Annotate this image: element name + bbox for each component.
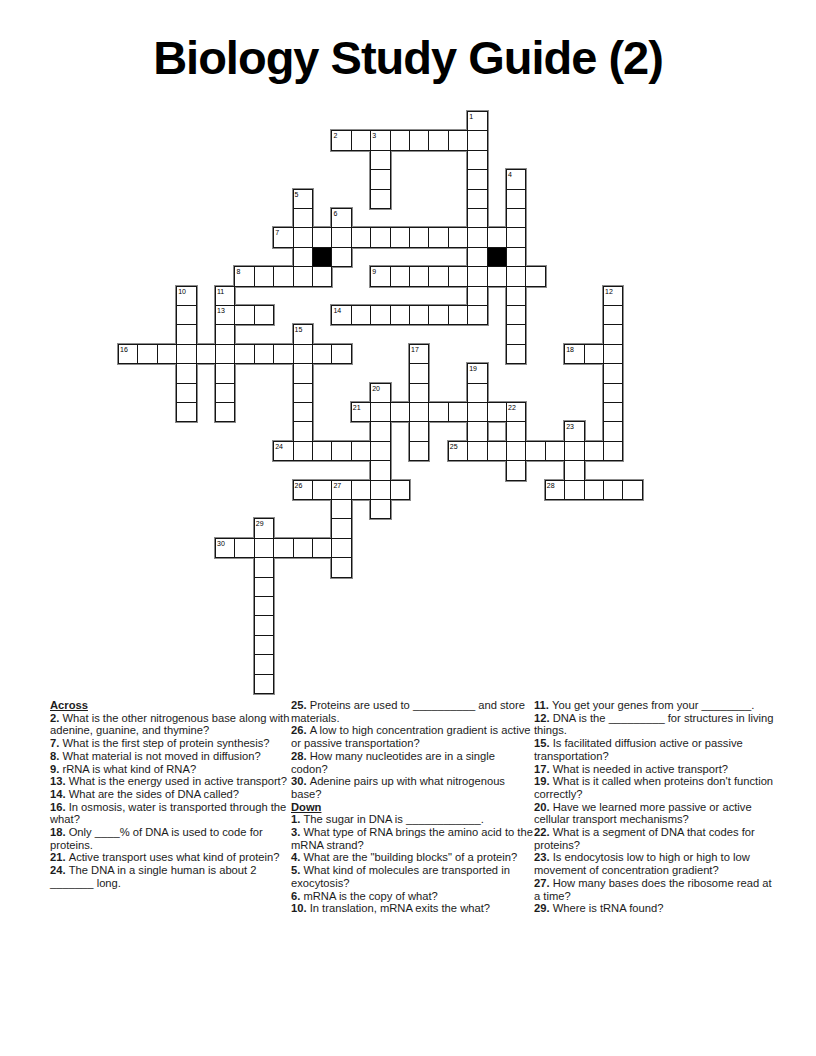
grid-cell[interactable]	[409, 421, 429, 441]
grid-cell[interactable]	[467, 247, 487, 267]
cell-number: 28	[547, 482, 555, 489]
grid-cell[interactable]	[351, 480, 371, 500]
clue-9-across: 9. rRNA is what kind of RNA?	[50, 763, 292, 776]
clue-20-down: 20. Have we learned more passive or acti…	[534, 801, 776, 826]
grid-cell[interactable]	[448, 227, 468, 247]
grid-cell[interactable]	[370, 305, 390, 325]
grid-cell[interactable]	[467, 169, 487, 189]
grid-cell[interactable]	[215, 363, 235, 383]
grid-cell[interactable]	[603, 421, 623, 441]
grid-cell[interactable]	[603, 305, 623, 325]
grid-cell[interactable]	[331, 557, 351, 577]
grid-cell[interactable]	[254, 577, 274, 597]
grid-cell[interactable]	[254, 538, 274, 558]
cell-number: 2	[333, 132, 337, 139]
grid-cell[interactable]	[254, 654, 274, 674]
clue-number: 30.	[291, 775, 310, 787]
clue-number: 4.	[291, 851, 303, 863]
grid-cell[interactable]	[603, 383, 623, 403]
clue-12-down: 12. DNA is the _________ for structures …	[534, 712, 776, 737]
grid-cell[interactable]	[234, 538, 254, 558]
cell-number: 5	[295, 191, 299, 198]
grid-cell[interactable]	[428, 402, 448, 422]
clue-number: 29.	[534, 902, 553, 914]
cell-number: 7	[275, 229, 279, 236]
clue-10-down: 10. In translation, mRNA exits the what?	[291, 902, 533, 915]
clue-number: 1.	[291, 813, 303, 825]
clue-number: 8.	[50, 750, 62, 762]
grid-cell[interactable]	[487, 402, 507, 422]
clue-number: 26.	[291, 724, 310, 736]
cell-number: 17	[411, 346, 419, 353]
grid-cell[interactable]	[506, 421, 526, 441]
down-header: Down	[291, 801, 533, 814]
grid-cell[interactable]	[564, 441, 584, 461]
grid-cell[interactable]	[312, 538, 332, 558]
clue-23-down: 23. Is endocytosis low to high or high t…	[534, 851, 776, 876]
grid-cell[interactable]	[409, 402, 429, 422]
grid-cell[interactable]	[409, 227, 429, 247]
grid-cell[interactable]	[467, 130, 487, 150]
clue-3-down: 3. What type of RNA brings the amino aci…	[291, 826, 533, 851]
grid-cell[interactable]	[584, 441, 604, 461]
grid-cell[interactable]	[448, 130, 468, 150]
clue-number: 27.	[534, 877, 553, 889]
cell-number: 3	[372, 132, 376, 139]
grid-cell[interactable]	[487, 266, 507, 286]
clue-number: 19.	[534, 775, 553, 787]
clue-1-down: 1. The sugar in DNA is ____________.	[291, 813, 533, 826]
grid-cell[interactable]	[215, 344, 235, 364]
grid-cell[interactable]	[370, 402, 390, 422]
grid-cell[interactable]	[273, 266, 293, 286]
clue-15-down: 15. Is facilitated diffusion active or p…	[534, 737, 776, 762]
clue-24-across: 24. The DNA in a single human is about 2…	[50, 864, 292, 889]
cell-number: 4	[508, 171, 512, 178]
grid-cell[interactable]	[584, 480, 604, 500]
grid-cell[interactable]	[273, 538, 293, 558]
grid-cell[interactable]	[467, 150, 487, 170]
grid-cell[interactable]	[157, 344, 177, 364]
black-cell	[487, 247, 507, 267]
grid-cell[interactable]	[467, 402, 487, 422]
clue-18-across: 18. Only ____% of DNA is used to code fo…	[50, 826, 292, 851]
clue-number: 6.	[291, 890, 303, 902]
grid-cell[interactable]	[293, 441, 313, 461]
grid-cell[interactable]	[448, 266, 468, 286]
clue-number: 13.	[50, 775, 69, 787]
grid-cell[interactable]	[176, 305, 196, 325]
grid-cell[interactable]	[390, 305, 410, 325]
grid-cell[interactable]	[525, 266, 545, 286]
clue-number: 16.	[50, 801, 69, 813]
grid-cell[interactable]	[215, 324, 235, 344]
clue-21-across: 21. Active transport uses what kind of p…	[50, 851, 292, 864]
cell-number: 18	[566, 346, 574, 353]
grid-cell[interactable]	[506, 441, 526, 461]
grid-cell[interactable]	[176, 402, 196, 422]
clue-4-down: 4. What are the "building blocks" of a p…	[291, 851, 533, 864]
grid-cell[interactable]	[564, 460, 584, 480]
grid-cell[interactable]	[254, 596, 274, 616]
grid-cell[interactable]	[428, 130, 448, 150]
grid-cell[interactable]	[234, 344, 254, 364]
cell-number: 19	[469, 365, 477, 372]
clue-number: 25.	[291, 699, 310, 711]
grid-cell[interactable]	[390, 227, 410, 247]
grid-cell[interactable]	[603, 363, 623, 383]
grid-cell[interactable]	[254, 674, 274, 694]
clue-number: 18.	[50, 826, 69, 838]
clue-14-across: 14. What are the sides of DNA called?	[50, 788, 292, 801]
grid-cell[interactable]	[370, 150, 390, 170]
grid-cell[interactable]	[254, 344, 274, 364]
grid-cell[interactable]	[331, 441, 351, 461]
grid-cell[interactable]	[506, 344, 526, 364]
grid-cell[interactable]	[254, 266, 274, 286]
grid-cell[interactable]	[331, 518, 351, 538]
clue-11-down: 11. You get your genes from your _______…	[534, 699, 776, 712]
grid-cell[interactable]	[506, 324, 526, 344]
grid-cell[interactable]	[409, 266, 429, 286]
cell-number: 20	[372, 385, 380, 392]
grid-cell[interactable]	[254, 557, 274, 577]
clue-5-down: 5. What kind of molecules are transporte…	[291, 864, 533, 889]
grid-cell[interactable]	[467, 421, 487, 441]
grid-cell[interactable]	[196, 344, 216, 364]
grid-cell[interactable]	[603, 344, 623, 364]
grid-cell[interactable]	[254, 615, 274, 635]
clue-number: 17.	[534, 763, 553, 775]
grid-cell[interactable]	[293, 208, 313, 228]
clue-number: 20.	[534, 801, 553, 813]
grid-cell[interactable]	[370, 460, 390, 480]
grid-cell[interactable]	[293, 344, 313, 364]
grid-cell[interactable]	[467, 286, 487, 306]
grid-cell[interactable]	[312, 441, 332, 461]
clue-7-across: 7. What is the first step of protein syn…	[50, 737, 292, 750]
grid-cell[interactable]	[351, 441, 371, 461]
cell-number: 30	[217, 540, 225, 547]
clue-29-down: 29. Where is tRNA found?	[534, 902, 776, 915]
grid-cell[interactable]	[293, 266, 313, 286]
clue-number: 22.	[534, 826, 553, 838]
grid-cell[interactable]	[487, 227, 507, 247]
grid-cell[interactable]	[603, 480, 623, 500]
cell-number: 29	[256, 520, 264, 527]
grid-cell[interactable]	[603, 441, 623, 461]
grid-cell[interactable]	[390, 130, 410, 150]
grid-cell[interactable]	[176, 383, 196, 403]
grid-cell[interactable]	[428, 227, 448, 247]
grid-cell[interactable]	[176, 363, 196, 383]
clue-number: 21.	[50, 851, 69, 863]
grid-cell[interactable]	[506, 227, 526, 247]
cell-number: 23	[566, 423, 574, 430]
grid-cell[interactable]	[467, 383, 487, 403]
clue-25-across: 25. Proteins are used to __________ and …	[291, 699, 533, 724]
grid-cell[interactable]	[370, 227, 390, 247]
black-cell	[312, 247, 332, 267]
grid-cell[interactable]	[467, 227, 487, 247]
grid-cell[interactable]	[293, 383, 313, 403]
grid-cell[interactable]	[409, 441, 429, 461]
grid-cell[interactable]	[506, 305, 526, 325]
clue-8-across: 8. What material is not moved in diffusi…	[50, 750, 292, 763]
cell-number: 6	[333, 210, 337, 217]
clue-30-across: 30. Adenine pairs up with what nitrogeno…	[291, 775, 533, 800]
grid-cell[interactable]	[467, 208, 487, 228]
cell-number: 25	[450, 443, 458, 450]
clue-number: 23.	[534, 851, 553, 863]
grid-cell[interactable]	[428, 266, 448, 286]
grid-cell[interactable]	[351, 227, 371, 247]
cell-number: 1	[469, 113, 473, 120]
grid-cell[interactable]	[428, 305, 448, 325]
cell-number: 8	[236, 268, 240, 275]
grid-cell[interactable]	[331, 538, 351, 558]
clue-number: 9.	[50, 763, 62, 775]
grid-cell[interactable]	[293, 421, 313, 441]
clue-number: 5.	[291, 864, 303, 876]
grid-cell[interactable]	[409, 383, 429, 403]
cell-number: 24	[275, 443, 283, 450]
clue-16-across: 16. In osmosis, water is transported thr…	[50, 801, 292, 826]
cell-number: 15	[295, 326, 303, 333]
grid-cell[interactable]	[254, 635, 274, 655]
grid-cell[interactable]	[312, 480, 332, 500]
clue-number: 10.	[291, 902, 310, 914]
clues-column-down: 11. You get your genes from your _______…	[534, 699, 776, 915]
grid-cell[interactable]	[467, 441, 487, 461]
cell-number: 16	[120, 346, 128, 353]
cell-number: 26	[295, 482, 303, 489]
grid-cell[interactable]	[176, 324, 196, 344]
grid-cell[interactable]	[351, 305, 371, 325]
grid-cell[interactable]	[312, 266, 332, 286]
grid-cell[interactable]	[506, 266, 526, 286]
grid-cell[interactable]	[293, 538, 313, 558]
grid-cell[interactable]	[370, 499, 390, 519]
grid-cell[interactable]	[506, 286, 526, 306]
grid-cell[interactable]	[215, 402, 235, 422]
grid-cell[interactable]	[390, 480, 410, 500]
grid-cell[interactable]	[564, 480, 584, 500]
clue-number: 3.	[291, 826, 303, 838]
grid-cell[interactable]	[409, 305, 429, 325]
grid-cell[interactable]	[312, 227, 332, 247]
grid-cell[interactable]	[506, 460, 526, 480]
grid-cell[interactable]	[506, 247, 526, 267]
cell-number: 9	[372, 268, 376, 275]
grid-cell[interactable]	[331, 247, 351, 267]
grid-cell[interactable]	[331, 499, 351, 519]
grid-cell[interactable]	[409, 130, 429, 150]
clue-number: 11.	[534, 699, 552, 711]
grid-cell[interactable]	[603, 324, 623, 344]
clue-number: 14.	[50, 788, 69, 800]
grid-cell[interactable]	[293, 402, 313, 422]
clue-number: 12.	[534, 712, 553, 724]
grid-cell[interactable]	[370, 169, 390, 189]
grid-cell[interactable]	[370, 480, 390, 500]
grid-cell[interactable]	[370, 189, 390, 209]
grid-cell[interactable]	[622, 480, 642, 500]
clue-number: 7.	[50, 737, 62, 749]
clues-column-middle: 25. Proteins are used to __________ and …	[291, 699, 533, 915]
page-title: Biology Study Guide (2)	[0, 30, 816, 85]
clue-19-down: 19. What is it called when proteins don'…	[534, 775, 776, 800]
clue-27-down: 27. How many bases does the ribosome rea…	[534, 877, 776, 902]
grid-cell[interactable]	[390, 402, 410, 422]
clue-26-across: 26. A low to high concentration gradient…	[291, 724, 533, 749]
grid-cell[interactable]	[137, 344, 157, 364]
grid-cell[interactable]	[545, 441, 565, 461]
cell-number: 10	[178, 288, 186, 295]
grid-cell[interactable]	[293, 227, 313, 247]
cell-number: 11	[217, 288, 224, 295]
grid-cell[interactable]	[467, 189, 487, 209]
across-header: Across	[50, 699, 292, 712]
grid-cell[interactable]	[254, 305, 274, 325]
grid-cell[interactable]	[467, 266, 487, 286]
grid-cell[interactable]	[215, 383, 235, 403]
cell-number: 12	[605, 288, 613, 295]
grid-cell[interactable]	[234, 305, 254, 325]
grid-cell[interactable]	[506, 189, 526, 209]
grid-cell[interactable]	[467, 305, 487, 325]
grid-cell[interactable]	[331, 344, 351, 364]
clue-17-down: 17. What is needed in active transport?	[534, 763, 776, 776]
grid-cell[interactable]	[525, 441, 545, 461]
clue-number: 15.	[534, 737, 553, 749]
grid-cell[interactable]	[331, 227, 351, 247]
grid-cell[interactable]	[370, 441, 390, 461]
grid-cell[interactable]	[293, 247, 313, 267]
grid-cell[interactable]	[603, 402, 623, 422]
grid-cell[interactable]	[487, 441, 507, 461]
grid-cell[interactable]	[448, 402, 468, 422]
grid-cell[interactable]	[370, 421, 390, 441]
cell-number: 14	[333, 307, 341, 314]
clue-number: 2.	[50, 712, 62, 724]
grid-cell[interactable]	[409, 363, 429, 383]
clue-number: 24.	[50, 864, 69, 876]
cell-number: 27	[333, 482, 341, 489]
clue-6-down: 6. mRNA is the copy of what?	[291, 890, 533, 903]
clue-22-down: 22. What is a segment of DNA that codes …	[534, 826, 776, 851]
clues-column-across: Across2. What is the other nitrogenous b…	[50, 699, 292, 890]
cell-number: 13	[217, 307, 225, 314]
grid-cell[interactable]	[176, 344, 196, 364]
grid-cell[interactable]	[293, 363, 313, 383]
grid-cell[interactable]	[312, 344, 332, 364]
cell-number: 21	[353, 404, 361, 411]
cell-number: 22	[508, 404, 516, 411]
clue-13-across: 13. What is the energy used in active tr…	[50, 775, 292, 788]
grid-cell[interactable]	[273, 344, 293, 364]
clue-number: 28.	[291, 750, 310, 762]
grid-cell[interactable]	[390, 266, 410, 286]
clue-28-across: 28. How many nucleotides are in a single…	[291, 750, 533, 775]
clue-2-across: 2. What is the other nitrogenous base al…	[50, 712, 292, 737]
grid-cell[interactable]	[506, 208, 526, 228]
grid-cell[interactable]	[351, 130, 371, 150]
grid-cell[interactable]	[448, 305, 468, 325]
grid-cell[interactable]	[584, 344, 604, 364]
